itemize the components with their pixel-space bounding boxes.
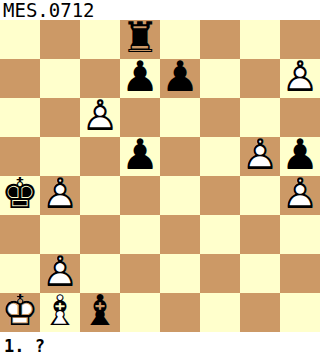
square-e7[interactable]: ♟ — [160, 59, 200, 98]
square-b4[interactable]: ♟♙ — [40, 176, 80, 215]
square-f5[interactable] — [200, 137, 240, 176]
square-h7[interactable]: ♟♙ — [280, 59, 320, 98]
square-c5[interactable] — [80, 137, 120, 176]
square-f4[interactable] — [200, 176, 240, 215]
square-h2[interactable] — [280, 254, 320, 293]
black-bishop[interactable]: ♝ — [80, 293, 120, 332]
square-d7[interactable]: ♟ — [120, 59, 160, 98]
square-f7[interactable] — [200, 59, 240, 98]
square-g3[interactable] — [240, 215, 280, 254]
square-h1[interactable] — [280, 293, 320, 332]
square-a1[interactable]: ♚♔ — [0, 293, 40, 332]
white-pawn[interactable]: ♟♙ — [80, 98, 120, 137]
square-e1[interactable] — [160, 293, 200, 332]
square-f3[interactable] — [200, 215, 240, 254]
white-pawn[interactable]: ♟♙ — [240, 137, 280, 176]
square-c1[interactable]: ♝ — [80, 293, 120, 332]
square-e5[interactable] — [160, 137, 200, 176]
white-king[interactable]: ♚♔ — [0, 293, 40, 332]
white-pawn[interactable]: ♟♙ — [40, 176, 80, 215]
black-king-glyph: ♚ — [1, 173, 39, 215]
white-king-outline-glyph: ♔ — [1, 290, 39, 332]
white-pawn-outline-glyph: ♙ — [41, 173, 79, 215]
white-bishop-outline-glyph: ♗ — [41, 290, 79, 332]
square-d3[interactable] — [120, 215, 160, 254]
black-pawn-glyph: ♟ — [121, 56, 159, 98]
square-c3[interactable] — [80, 215, 120, 254]
white-pawn-outline-glyph: ♙ — [281, 56, 319, 98]
square-g4[interactable] — [240, 176, 280, 215]
square-c8[interactable] — [80, 20, 120, 59]
square-a3[interactable] — [0, 215, 40, 254]
black-king[interactable]: ♚ — [0, 176, 40, 215]
white-pawn-outline-glyph: ♙ — [281, 173, 319, 215]
black-pawn[interactable]: ♟ — [120, 59, 160, 98]
square-b7[interactable] — [40, 59, 80, 98]
square-a6[interactable] — [0, 98, 40, 137]
chess-board: ♜♟♟♟♙♟♙♟♟♙♟♚♟♙♟♙♟♙♚♔♝♗♝ — [0, 20, 320, 332]
white-pawn-outline-glyph: ♙ — [81, 95, 119, 137]
square-a7[interactable] — [0, 59, 40, 98]
white-pawn[interactable]: ♟♙ — [280, 59, 320, 98]
square-b6[interactable] — [40, 98, 80, 137]
move-prompt: 1. ? — [4, 335, 45, 357]
white-pawn[interactable]: ♟♙ — [280, 176, 320, 215]
square-f6[interactable] — [200, 98, 240, 137]
black-bishop-glyph: ♝ — [81, 290, 119, 332]
square-g7[interactable] — [240, 59, 280, 98]
square-a8[interactable] — [0, 20, 40, 59]
square-e6[interactable] — [160, 98, 200, 137]
square-e4[interactable] — [160, 176, 200, 215]
square-e3[interactable] — [160, 215, 200, 254]
square-g1[interactable] — [240, 293, 280, 332]
square-d2[interactable] — [120, 254, 160, 293]
square-b8[interactable] — [40, 20, 80, 59]
black-pawn[interactable]: ♟ — [160, 59, 200, 98]
square-g5[interactable]: ♟♙ — [240, 137, 280, 176]
square-c6[interactable]: ♟♙ — [80, 98, 120, 137]
square-f2[interactable] — [200, 254, 240, 293]
square-g2[interactable] — [240, 254, 280, 293]
square-a4[interactable]: ♚ — [0, 176, 40, 215]
white-pawn-outline-glyph: ♙ — [241, 134, 279, 176]
black-pawn[interactable]: ♟ — [120, 137, 160, 176]
square-e2[interactable] — [160, 254, 200, 293]
square-d5[interactable]: ♟ — [120, 137, 160, 176]
square-g8[interactable] — [240, 20, 280, 59]
black-pawn-glyph: ♟ — [121, 134, 159, 176]
problem-id: MES.0712 — [3, 0, 95, 20]
black-pawn-glyph: ♟ — [161, 56, 199, 98]
square-c4[interactable] — [80, 176, 120, 215]
square-h3[interactable] — [280, 215, 320, 254]
white-bishop[interactable]: ♝♗ — [40, 293, 80, 332]
square-d1[interactable] — [120, 293, 160, 332]
square-b1[interactable]: ♝♗ — [40, 293, 80, 332]
square-f8[interactable] — [200, 20, 240, 59]
square-h4[interactable]: ♟♙ — [280, 176, 320, 215]
square-f1[interactable] — [200, 293, 240, 332]
square-d4[interactable] — [120, 176, 160, 215]
